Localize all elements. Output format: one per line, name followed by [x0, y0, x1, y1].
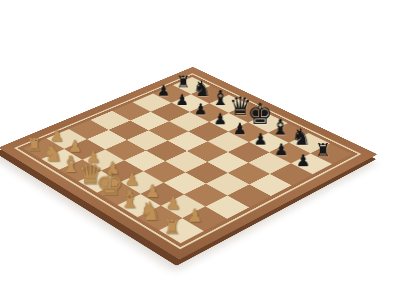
chess-board: ♜♞♝♛♚♝♞♜♟♟♟♟♟♟♟♟♟♟♟♟♟♟♟♟♜♞♝♛♚♝♞♜	[0, 67, 378, 260]
product-photo: ♜♞♝♛♚♝♞♜♟♟♟♟♟♟♟♟♟♟♟♟♟♟♟♟♜♞♝♛♚♝♞♜	[0, 0, 400, 300]
board-grid: ♜♞♝♛♚♝♞♜♟♟♟♟♟♟♟♟♟♟♟♟♟♟♟♟♜♞♝♛♚♝♞♜	[17, 74, 358, 247]
white-rook-h1: ♜	[147, 217, 196, 237]
black-pawn-h7: ♟	[281, 153, 326, 169]
